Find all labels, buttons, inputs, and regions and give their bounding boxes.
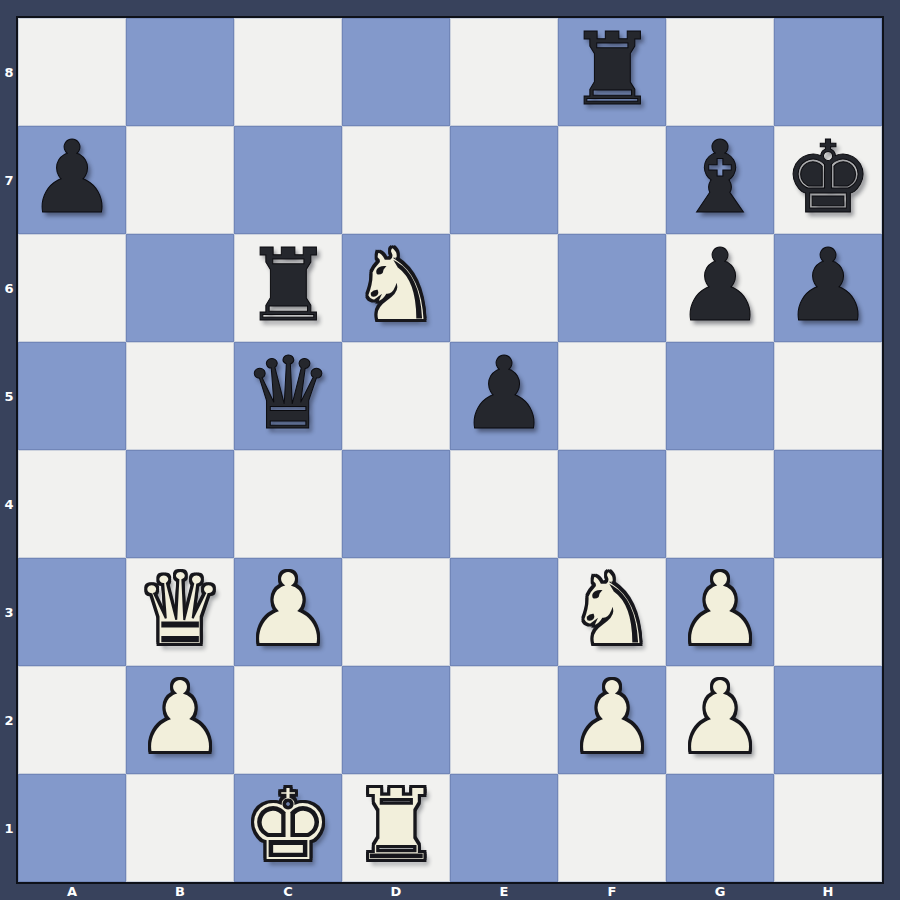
square-a6[interactable] <box>18 234 126 342</box>
square-e6[interactable] <box>450 234 558 342</box>
square-h5[interactable] <box>774 342 882 450</box>
square-a4[interactable] <box>18 450 126 558</box>
square-b4[interactable] <box>126 450 234 558</box>
piece-black-rook: ♜ <box>567 20 657 120</box>
file-label-g: G <box>666 882 774 900</box>
square-d6[interactable]: ♞ <box>342 234 450 342</box>
square-d3[interactable] <box>342 558 450 666</box>
square-d8[interactable] <box>342 18 450 126</box>
rank-label-3: 3 <box>0 558 18 666</box>
square-e5[interactable]: ♟ <box>450 342 558 450</box>
square-g2[interactable]: ♟ <box>666 666 774 774</box>
piece-black-pawn: ♟ <box>27 128 117 228</box>
square-h1[interactable] <box>774 774 882 882</box>
square-f1[interactable] <box>558 774 666 882</box>
piece-white-pawn: ♟ <box>675 560 765 660</box>
piece-white-queen: ♛ <box>135 560 225 660</box>
piece-white-knight: ♞ <box>567 560 657 660</box>
square-e8[interactable] <box>450 18 558 126</box>
square-d5[interactable] <box>342 342 450 450</box>
square-a3[interactable] <box>18 558 126 666</box>
piece-white-pawn: ♟ <box>243 560 333 660</box>
piece-white-king: ♚ <box>243 776 333 876</box>
file-label-d: D <box>342 882 450 900</box>
rank-label-2: 2 <box>0 666 18 774</box>
square-h6[interactable]: ♟ <box>774 234 882 342</box>
piece-white-pawn: ♟ <box>567 668 657 768</box>
file-label-b: B <box>126 882 234 900</box>
square-f8[interactable]: ♜ <box>558 18 666 126</box>
square-c1[interactable]: ♚ <box>234 774 342 882</box>
file-label-f: F <box>558 882 666 900</box>
square-b3[interactable]: ♛ <box>126 558 234 666</box>
square-g3[interactable]: ♟ <box>666 558 774 666</box>
piece-white-knight: ♞ <box>351 236 441 336</box>
square-b8[interactable] <box>126 18 234 126</box>
piece-black-pawn: ♟ <box>675 236 765 336</box>
square-b1[interactable] <box>126 774 234 882</box>
square-f5[interactable] <box>558 342 666 450</box>
rank-label-6: 6 <box>0 234 18 342</box>
square-d1[interactable]: ♜ <box>342 774 450 882</box>
file-label-h: H <box>774 882 882 900</box>
square-a5[interactable] <box>18 342 126 450</box>
square-e7[interactable] <box>450 126 558 234</box>
square-d4[interactable] <box>342 450 450 558</box>
square-c7[interactable] <box>234 126 342 234</box>
square-f3[interactable]: ♞ <box>558 558 666 666</box>
square-b6[interactable] <box>126 234 234 342</box>
piece-black-bishop: ♝ <box>675 128 765 228</box>
square-f6[interactable] <box>558 234 666 342</box>
square-h8[interactable] <box>774 18 882 126</box>
square-c2[interactable] <box>234 666 342 774</box>
rank-label-5: 5 <box>0 342 18 450</box>
square-h2[interactable] <box>774 666 882 774</box>
square-f7[interactable] <box>558 126 666 234</box>
rank-labels: 87654321 <box>0 18 18 882</box>
square-b7[interactable] <box>126 126 234 234</box>
file-label-a: A <box>18 882 126 900</box>
chess-diagram: 87654321 ♜♟♝♚♜♞♟♟♛♟♛♟♞♟♟♟♟♚♜ ABCDEFGH <box>0 0 900 900</box>
piece-black-queen: ♛ <box>243 344 333 444</box>
piece-black-pawn: ♟ <box>459 344 549 444</box>
square-g7[interactable]: ♝ <box>666 126 774 234</box>
square-e1[interactable] <box>450 774 558 882</box>
rank-label-1: 1 <box>0 774 18 882</box>
square-h4[interactable] <box>774 450 882 558</box>
rank-label-7: 7 <box>0 126 18 234</box>
square-e4[interactable] <box>450 450 558 558</box>
square-a8[interactable] <box>18 18 126 126</box>
piece-white-rook: ♜ <box>351 776 441 876</box>
square-c5[interactable]: ♛ <box>234 342 342 450</box>
square-c8[interactable] <box>234 18 342 126</box>
piece-black-pawn: ♟ <box>783 236 873 336</box>
piece-black-rook: ♜ <box>243 236 333 336</box>
square-d7[interactable] <box>342 126 450 234</box>
square-g1[interactable] <box>666 774 774 882</box>
square-a7[interactable]: ♟ <box>18 126 126 234</box>
file-labels: ABCDEFGH <box>18 882 882 900</box>
square-d2[interactable] <box>342 666 450 774</box>
piece-white-pawn: ♟ <box>675 668 765 768</box>
square-a2[interactable] <box>18 666 126 774</box>
square-a1[interactable] <box>18 774 126 882</box>
square-h3[interactable] <box>774 558 882 666</box>
square-h7[interactable]: ♚ <box>774 126 882 234</box>
square-e2[interactable] <box>450 666 558 774</box>
file-label-e: E <box>450 882 558 900</box>
square-c6[interactable]: ♜ <box>234 234 342 342</box>
square-f2[interactable]: ♟ <box>558 666 666 774</box>
file-label-c: C <box>234 882 342 900</box>
square-g8[interactable] <box>666 18 774 126</box>
square-b5[interactable] <box>126 342 234 450</box>
square-g6[interactable]: ♟ <box>666 234 774 342</box>
square-c3[interactable]: ♟ <box>234 558 342 666</box>
square-g4[interactable] <box>666 450 774 558</box>
rank-label-8: 8 <box>0 18 18 126</box>
piece-white-pawn: ♟ <box>135 668 225 768</box>
square-e3[interactable] <box>450 558 558 666</box>
square-g5[interactable] <box>666 342 774 450</box>
square-b2[interactable]: ♟ <box>126 666 234 774</box>
chess-board: ♜♟♝♚♜♞♟♟♛♟♛♟♞♟♟♟♟♚♜ <box>18 18 882 882</box>
piece-black-king: ♚ <box>783 128 873 228</box>
square-f4[interactable] <box>558 450 666 558</box>
square-c4[interactable] <box>234 450 342 558</box>
rank-label-4: 4 <box>0 450 18 558</box>
